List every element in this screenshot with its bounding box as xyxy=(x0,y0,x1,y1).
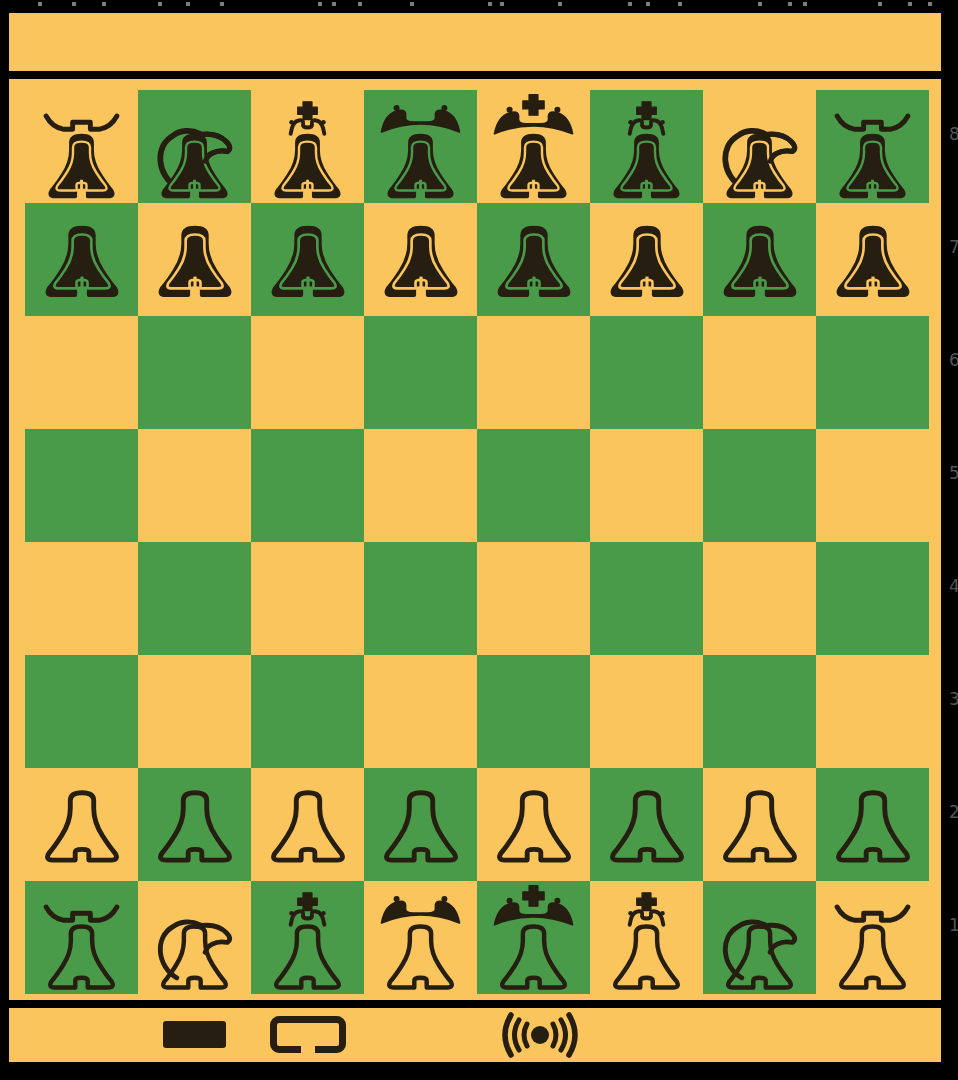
black-pawn[interactable] xyxy=(33,220,131,300)
square-f2[interactable] xyxy=(590,768,703,881)
square-a7[interactable] xyxy=(25,203,138,316)
rank-labels: 87654321 xyxy=(945,0,958,1080)
screen-icon-gap xyxy=(301,1045,315,1055)
black-pawn[interactable] xyxy=(711,220,809,300)
square-b4[interactable] xyxy=(138,542,251,655)
black-king[interactable] xyxy=(489,93,578,201)
square-b2[interactable] xyxy=(138,768,251,881)
square-a6[interactable] xyxy=(25,316,138,429)
filled-rectangle-icon[interactable] xyxy=(163,1021,226,1048)
black-rook[interactable] xyxy=(828,93,917,201)
square-g6[interactable] xyxy=(703,316,816,429)
cutoff-glyph-mark xyxy=(102,2,106,6)
square-c1[interactable] xyxy=(251,881,364,994)
square-d3[interactable] xyxy=(364,655,477,768)
cutoff-glyph-mark xyxy=(803,2,807,6)
square-h6[interactable] xyxy=(816,316,929,429)
black-pawn[interactable] xyxy=(824,220,922,300)
cutoff-glyph-mark xyxy=(928,2,932,6)
cutoff-glyph-mark xyxy=(758,2,762,6)
square-b7[interactable] xyxy=(138,203,251,316)
white-bishop[interactable] xyxy=(263,884,352,992)
square-d1[interactable] xyxy=(364,881,477,994)
square-h7[interactable] xyxy=(816,203,929,316)
cutoff-glyph-mark xyxy=(318,2,322,6)
white-king[interactable] xyxy=(489,884,578,992)
square-e7[interactable] xyxy=(477,203,590,316)
rank-label-5: 5 xyxy=(949,465,958,482)
white-pawn[interactable] xyxy=(33,785,131,865)
square-c7[interactable] xyxy=(251,203,364,316)
cutoff-glyph-mark xyxy=(628,2,632,6)
square-a3[interactable] xyxy=(25,655,138,768)
black-pawn[interactable] xyxy=(259,220,357,300)
cutoff-glyph-mark xyxy=(38,2,42,6)
square-b6[interactable] xyxy=(138,316,251,429)
cutoff-glyph-mark xyxy=(500,2,504,6)
black-bishop[interactable] xyxy=(263,93,352,201)
square-g7[interactable] xyxy=(703,203,816,316)
black-pawn[interactable] xyxy=(372,220,470,300)
square-f1[interactable] xyxy=(590,881,703,994)
white-pawn[interactable] xyxy=(259,785,357,865)
square-b3[interactable] xyxy=(138,655,251,768)
square-a4[interactable] xyxy=(25,542,138,655)
square-c8[interactable] xyxy=(251,90,364,203)
cutoff-glyph-mark xyxy=(646,2,650,6)
white-pawn[interactable] xyxy=(824,785,922,865)
square-f5[interactable] xyxy=(590,429,703,542)
square-h2[interactable] xyxy=(816,768,929,881)
white-pawn[interactable] xyxy=(372,785,470,865)
cutoff-glyph-mark xyxy=(788,2,792,6)
cutoff-glyph-mark xyxy=(908,2,912,6)
square-d6[interactable] xyxy=(364,316,477,429)
white-rook[interactable] xyxy=(37,884,126,992)
square-e8[interactable] xyxy=(477,90,590,203)
square-h3[interactable] xyxy=(816,655,929,768)
white-pawn[interactable] xyxy=(146,785,244,865)
square-g1[interactable] xyxy=(703,881,816,994)
square-d8[interactable] xyxy=(364,90,477,203)
square-h5[interactable] xyxy=(816,429,929,542)
square-g5[interactable] xyxy=(703,429,816,542)
square-f7[interactable] xyxy=(590,203,703,316)
square-e3[interactable] xyxy=(477,655,590,768)
white-rook[interactable] xyxy=(828,884,917,992)
rank-label-3: 3 xyxy=(949,691,958,708)
square-e5[interactable] xyxy=(477,429,590,542)
square-d7[interactable] xyxy=(364,203,477,316)
white-pawn[interactable] xyxy=(485,785,583,865)
cutoff-glyph-mark xyxy=(186,2,190,6)
black-pawn[interactable] xyxy=(598,220,696,300)
white-knight[interactable] xyxy=(150,884,239,992)
white-bishop[interactable] xyxy=(602,884,691,992)
square-e1[interactable] xyxy=(477,881,590,994)
cutoff-glyph-mark xyxy=(410,2,414,6)
black-bishop[interactable] xyxy=(602,93,691,201)
square-a1[interactable] xyxy=(25,881,138,994)
outlined-screen-icon[interactable] xyxy=(270,1016,346,1053)
square-e2[interactable] xyxy=(477,768,590,881)
square-h4[interactable] xyxy=(816,542,929,655)
white-pawn[interactable] xyxy=(711,785,809,865)
square-b8[interactable] xyxy=(138,90,251,203)
black-rook[interactable] xyxy=(37,93,126,201)
square-h1[interactable] xyxy=(816,881,929,994)
rank-label-6: 6 xyxy=(949,352,958,369)
white-knight[interactable] xyxy=(715,884,804,992)
square-g2[interactable] xyxy=(703,768,816,881)
cutoff-glyph-mark xyxy=(358,2,362,6)
rank-label-1: 1 xyxy=(949,917,958,934)
square-c4[interactable] xyxy=(251,542,364,655)
bottom-edge-strip xyxy=(0,1062,958,1080)
rank-label-2: 2 xyxy=(949,804,958,821)
square-h8[interactable] xyxy=(816,90,929,203)
square-a2[interactable] xyxy=(25,768,138,881)
white-queen[interactable] xyxy=(376,884,465,992)
square-f4[interactable] xyxy=(590,542,703,655)
chess-board[interactable] xyxy=(25,90,929,994)
title-bar xyxy=(9,13,941,71)
square-a8[interactable] xyxy=(25,90,138,203)
square-g3[interactable] xyxy=(703,655,816,768)
cutoff-glyph-mark xyxy=(220,2,224,6)
black-pawn[interactable] xyxy=(485,220,583,300)
square-c5[interactable] xyxy=(251,429,364,542)
square-f8[interactable] xyxy=(590,90,703,203)
square-g8[interactable] xyxy=(703,90,816,203)
top-edge-strip xyxy=(0,0,958,13)
square-f3[interactable] xyxy=(590,655,703,768)
cutoff-glyph-mark xyxy=(878,2,882,6)
cutoff-glyph-mark xyxy=(488,2,492,6)
black-queen[interactable] xyxy=(376,93,465,201)
square-d2[interactable] xyxy=(364,768,477,881)
sound-on-icon[interactable] xyxy=(491,1010,589,1060)
square-f6[interactable] xyxy=(590,316,703,429)
black-pawn[interactable] xyxy=(146,220,244,300)
square-c6[interactable] xyxy=(251,316,364,429)
rank-label-4: 4 xyxy=(949,578,958,595)
square-a5[interactable] xyxy=(25,429,138,542)
rank-label-7: 7 xyxy=(949,239,958,256)
black-knight[interactable] xyxy=(150,93,239,201)
square-b5[interactable] xyxy=(138,429,251,542)
black-knight[interactable] xyxy=(715,93,804,201)
square-d4[interactable] xyxy=(364,542,477,655)
cutoff-glyph-mark xyxy=(558,2,562,6)
square-b1[interactable] xyxy=(138,881,251,994)
square-g4[interactable] xyxy=(703,542,816,655)
white-pawn[interactable] xyxy=(598,785,696,865)
square-d5[interactable] xyxy=(364,429,477,542)
square-e6[interactable] xyxy=(477,316,590,429)
cutoff-glyph-mark xyxy=(72,2,76,6)
cutoff-glyph-mark xyxy=(678,2,682,6)
rank-label-8: 8 xyxy=(949,126,958,143)
cutoff-glyph-mark xyxy=(332,2,336,6)
square-e4[interactable] xyxy=(477,542,590,655)
square-c2[interactable] xyxy=(251,768,364,881)
square-c3[interactable] xyxy=(251,655,364,768)
bottom-toolbar xyxy=(9,1008,941,1062)
cutoff-glyph-mark xyxy=(158,2,162,6)
